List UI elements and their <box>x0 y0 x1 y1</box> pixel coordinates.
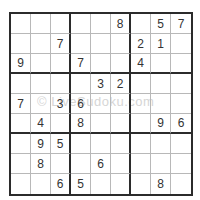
given-digit: 5 <box>77 178 84 190</box>
cell-r4c6[interactable]: 2 <box>111 74 131 94</box>
given-digit: 9 <box>37 138 44 150</box>
cell-r7c6[interactable] <box>111 134 131 154</box>
cell-r7c1[interactable] <box>11 134 31 154</box>
cell-r3c6[interactable] <box>111 54 131 74</box>
given-digit: 2 <box>117 78 124 90</box>
given-digit: 6 <box>77 98 84 110</box>
given-digit: 6 <box>57 178 64 190</box>
cell-r3c3[interactable] <box>51 54 71 74</box>
cell-r2c8[interactable]: 1 <box>151 34 171 54</box>
cell-r4c8[interactable] <box>151 74 171 94</box>
cell-r1c3[interactable] <box>51 14 71 34</box>
cell-r6c1[interactable] <box>11 114 31 134</box>
cell-r3c7[interactable]: 4 <box>131 54 151 74</box>
cell-r1c4[interactable] <box>71 14 91 34</box>
cell-r6c4[interactable]: 8 <box>71 114 91 134</box>
given-digit: 4 <box>137 57 144 69</box>
given-digit: 8 <box>37 158 44 170</box>
cell-r3c4[interactable]: 7 <box>71 54 91 74</box>
cell-r5c2[interactable] <box>31 94 51 114</box>
cell-r2c7[interactable]: 2 <box>131 34 151 54</box>
cell-r8c5[interactable]: 6 <box>91 154 111 174</box>
cell-r8c4[interactable] <box>71 154 91 174</box>
cell-r2c6[interactable] <box>111 34 131 54</box>
cell-r2c4[interactable] <box>71 34 91 54</box>
given-digit: 8 <box>77 117 84 129</box>
cell-r3c5[interactable] <box>91 54 111 74</box>
cell-r2c3[interactable]: 7 <box>51 34 71 54</box>
cell-r3c9[interactable] <box>171 54 191 74</box>
cell-r3c1[interactable]: 9 <box>11 54 31 74</box>
cell-r6c8[interactable]: 9 <box>151 114 171 134</box>
cell-r6c9[interactable]: 6 <box>171 114 191 134</box>
given-digit: 8 <box>117 18 124 30</box>
cell-r5c7[interactable] <box>131 94 151 114</box>
given-digit: 8 <box>157 178 164 190</box>
cell-r4c5[interactable]: 3 <box>91 74 111 94</box>
cell-r4c7[interactable] <box>131 74 151 94</box>
given-digit: 9 <box>17 57 24 69</box>
cell-r6c2[interactable]: 4 <box>31 114 51 134</box>
cell-r1c8[interactable]: 5 <box>151 14 171 34</box>
cell-r2c1[interactable] <box>11 34 31 54</box>
cell-r5c9[interactable] <box>171 94 191 114</box>
given-digit: 4 <box>37 117 44 129</box>
cell-r8c2[interactable]: 8 <box>31 154 51 174</box>
cell-r6c6[interactable] <box>111 114 131 134</box>
given-digit: 5 <box>57 138 64 150</box>
cell-r5c3[interactable]: 3 <box>51 94 71 114</box>
cell-r3c8[interactable] <box>151 54 171 74</box>
cell-r4c1[interactable] <box>11 74 31 94</box>
given-digit: 3 <box>57 98 64 110</box>
cell-r8c6[interactable] <box>111 154 131 174</box>
cell-r9c4[interactable]: 5 <box>71 174 91 194</box>
cell-r6c5[interactable] <box>91 114 111 134</box>
given-digit: 5 <box>157 18 164 30</box>
cell-r8c1[interactable] <box>11 154 31 174</box>
given-digit: 2 <box>137 38 144 50</box>
cell-r9c3[interactable]: 6 <box>51 174 71 194</box>
cell-r5c4[interactable]: 6 <box>71 94 91 114</box>
given-digit: 7 <box>57 38 64 50</box>
cell-r5c6[interactable] <box>111 94 131 114</box>
cell-r2c5[interactable] <box>91 34 111 54</box>
given-digit: 6 <box>178 117 185 129</box>
cell-r9c6[interactable] <box>111 174 131 194</box>
cell-r6c7[interactable] <box>131 114 151 134</box>
cell-r1c2[interactable] <box>31 14 51 34</box>
cell-r7c5[interactable] <box>91 134 111 154</box>
cell-r1c5[interactable] <box>91 14 111 34</box>
cell-r5c8[interactable] <box>151 94 171 114</box>
cell-r3c2[interactable] <box>31 54 51 74</box>
cell-r9c2[interactable] <box>31 174 51 194</box>
cell-r8c8[interactable] <box>151 154 171 174</box>
sudoku-page: © LiveSudoku.com 85772197432736489695866… <box>0 0 200 200</box>
cell-r2c2[interactable] <box>31 34 51 54</box>
cell-r8c7[interactable] <box>131 154 151 174</box>
given-digit: 7 <box>178 18 185 30</box>
cell-r4c3[interactable] <box>51 74 71 94</box>
cell-r9c1[interactable] <box>11 174 31 194</box>
sudoku-board: © LiveSudoku.com 85772197432736489695866… <box>9 12 193 196</box>
cell-r1c1[interactable] <box>11 14 31 34</box>
given-digit: 3 <box>97 78 104 90</box>
cell-r2c9[interactable] <box>171 34 191 54</box>
cell-r1c6[interactable]: 8 <box>111 14 131 34</box>
cell-r7c8[interactable] <box>151 134 171 154</box>
cell-r7c4[interactable] <box>71 134 91 154</box>
cell-r7c7[interactable] <box>131 134 151 154</box>
given-digit: 1 <box>157 38 164 50</box>
cell-r7c2[interactable]: 9 <box>31 134 51 154</box>
cell-r1c7[interactable] <box>131 14 151 34</box>
cell-r4c4[interactable] <box>71 74 91 94</box>
cell-r4c2[interactable] <box>31 74 51 94</box>
given-digit: 6 <box>97 158 104 170</box>
cell-r4c9[interactable] <box>171 74 191 94</box>
given-digit: 7 <box>17 98 24 110</box>
cell-r8c3[interactable] <box>51 154 71 174</box>
cell-r7c3[interactable]: 5 <box>51 134 71 154</box>
cell-r5c1[interactable]: 7 <box>11 94 31 114</box>
given-digit: 7 <box>77 57 84 69</box>
cell-r6c3[interactable] <box>51 114 71 134</box>
given-digit: 9 <box>157 117 164 129</box>
cell-r9c5[interactable] <box>91 174 111 194</box>
cell-r8c9[interactable] <box>171 154 191 174</box>
cell-r5c5[interactable] <box>91 94 111 114</box>
cell-r1c9[interactable]: 7 <box>171 14 191 34</box>
cell-r7c9[interactable] <box>171 134 191 154</box>
cell-r9c8[interactable]: 8 <box>151 174 171 194</box>
cell-r9c7[interactable] <box>131 174 151 194</box>
cell-r9c9[interactable] <box>171 174 191 194</box>
